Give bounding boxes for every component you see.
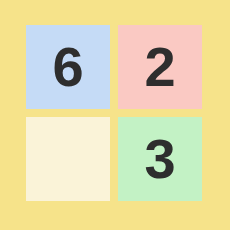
tile-value: 6 — [52, 39, 83, 95]
tile-value: 2 — [144, 39, 175, 95]
tile-r0c1[interactable]: 2 — [118, 25, 202, 109]
tile-value: 3 — [144, 131, 175, 187]
puzzle-board: 6 2 3 — [26, 25, 202, 201]
tile-r1c1[interactable]: 3 — [118, 117, 202, 201]
tile-r0c0[interactable]: 6 — [26, 25, 110, 109]
tile-r1c0-empty[interactable] — [26, 117, 110, 201]
